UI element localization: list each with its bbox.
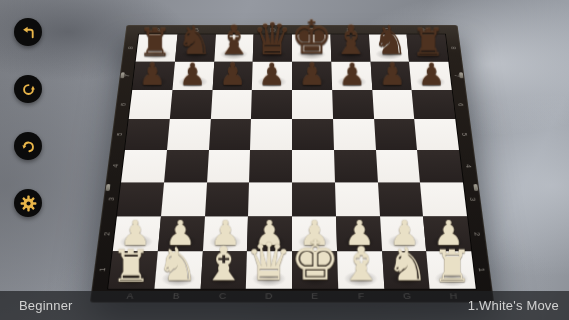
undo-move-button[interactable] xyxy=(14,132,42,160)
rotate-board-button[interactable] xyxy=(14,75,42,103)
rotate-clockwise-icon xyxy=(21,82,36,97)
rank-label: 5 xyxy=(443,129,486,140)
square-f4[interactable] xyxy=(334,150,378,182)
back-arrow-icon xyxy=(21,25,36,40)
status-bar: Beginner 1.White's Move xyxy=(0,291,569,320)
difficulty-label: Beginner xyxy=(19,298,73,313)
square-g6[interactable] xyxy=(372,90,415,119)
square-c5[interactable] xyxy=(209,119,252,150)
toolbar xyxy=(14,18,42,217)
rank-label: 8 xyxy=(110,43,150,53)
undo-arrow-icon xyxy=(21,139,36,154)
square-c4[interactable] xyxy=(207,150,251,182)
square-f6[interactable] xyxy=(332,90,374,119)
back-button[interactable] xyxy=(14,18,42,46)
square-g4[interactable] xyxy=(376,150,421,182)
square-e6[interactable] xyxy=(292,90,333,119)
rank-label: 6 xyxy=(102,99,144,110)
square-b3[interactable] xyxy=(161,182,207,216)
square-b6[interactable] xyxy=(170,90,213,119)
square-c6[interactable] xyxy=(210,90,252,119)
board-grid: ♜♞♝♛♚♝♞♜♟♟♟♟♟♟♟♟♟♟♟♟♟♟♟♟♜♞♝♛♚♝♞♜ xyxy=(108,35,476,289)
gear-icon xyxy=(19,194,38,213)
move-indicator: 1.White's Move xyxy=(468,298,559,313)
chessboard-scene: ABCDEFGH ABCDEFGH 87654321 87654321 ♜♞♝♛… xyxy=(110,0,474,320)
square-c3[interactable] xyxy=(205,182,250,216)
rank-label: 7 xyxy=(106,70,147,80)
square-d5[interactable] xyxy=(250,119,292,150)
square-f5[interactable] xyxy=(333,119,376,150)
square-f3[interactable] xyxy=(335,182,380,216)
square-g5[interactable] xyxy=(374,119,418,150)
square-h3[interactable] xyxy=(420,182,467,216)
square-e5[interactable] xyxy=(292,119,334,150)
square-h1[interactable]: ♜ xyxy=(426,251,475,288)
square-g3[interactable] xyxy=(377,182,423,216)
piece-white-rook[interactable]: ♜ xyxy=(423,244,482,288)
square-b4[interactable] xyxy=(164,150,209,182)
rank-label: 7 xyxy=(437,70,478,80)
square-d6[interactable] xyxy=(251,90,292,119)
rank-label: 5 xyxy=(98,129,141,140)
square-d3[interactable] xyxy=(248,182,292,216)
square-a3[interactable] xyxy=(117,182,164,216)
square-a4[interactable] xyxy=(121,150,167,182)
square-e3[interactable] xyxy=(292,182,336,216)
square-h4[interactable] xyxy=(417,150,463,182)
rank-label: 8 xyxy=(434,43,474,53)
square-e4[interactable] xyxy=(292,150,335,182)
rank-label: 6 xyxy=(440,99,482,110)
square-b5[interactable] xyxy=(167,119,211,150)
settings-button[interactable] xyxy=(14,189,42,217)
square-d4[interactable] xyxy=(249,150,292,182)
chessboard: ABCDEFGH ABCDEFGH 87654321 87654321 ♜♞♝♛… xyxy=(90,25,494,302)
